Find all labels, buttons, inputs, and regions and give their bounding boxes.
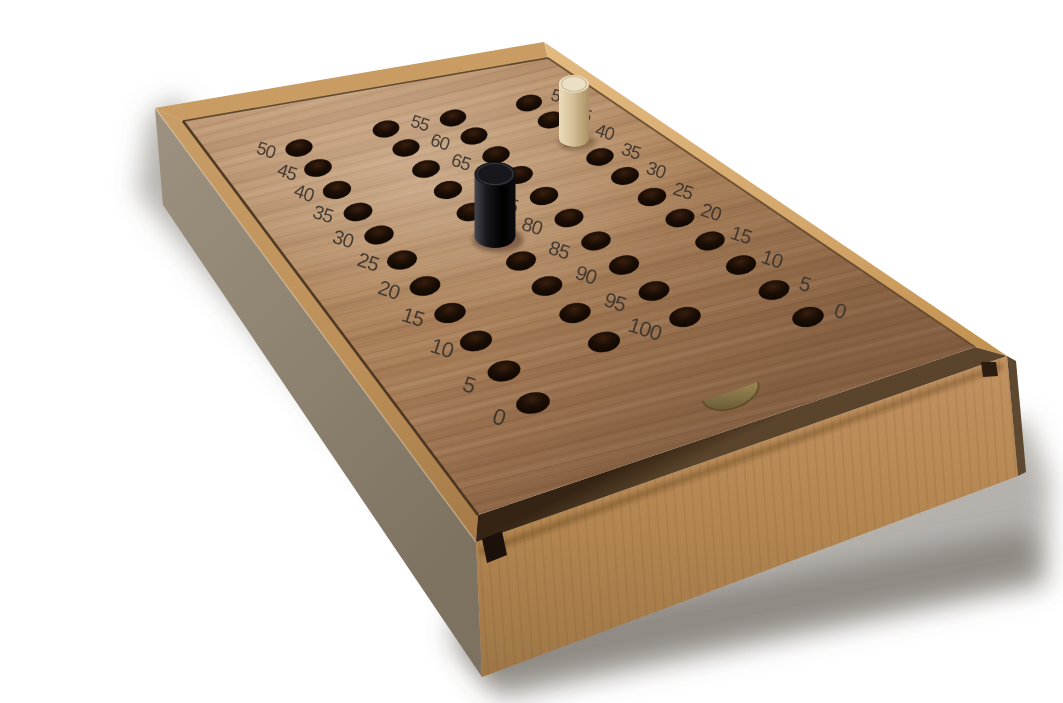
scene: 0510152025303540455055606570758085909510… (0, 0, 1063, 703)
lid-groove-slot-right (981, 362, 998, 377)
black-peg-top (475, 162, 516, 186)
natural-peg-top (559, 75, 589, 93)
